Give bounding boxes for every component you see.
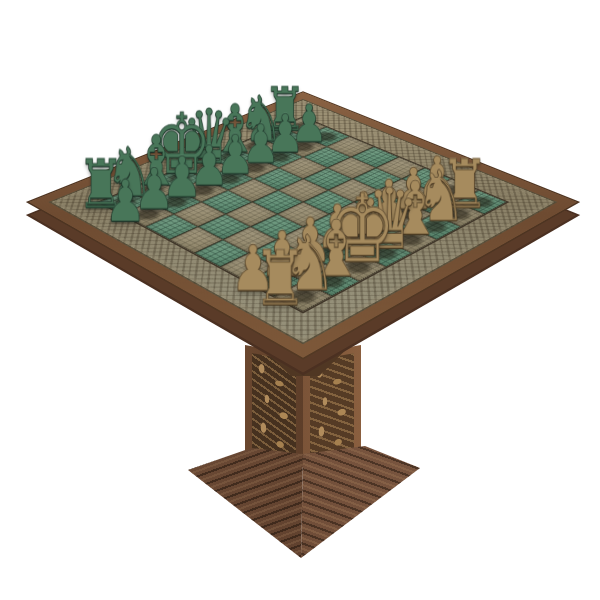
green-pawn: ♟: [105, 173, 147, 228]
tabletop: ♜♟♟♜♞♟♟♞♝♟♟♝♛♟♟♛♚♟♟♚♝♟♟♝♞♟♟♞♜♟♟♜: [26, 91, 580, 359]
tan-rook: ♜: [253, 244, 308, 316]
table-3d-wrapper: ♜♟♟♜♞♟♟♞♝♟♟♝♛♟♟♛♚♟♟♚♝♟♟♝♞♟♟♞♜♟♟♜: [0, 0, 600, 600]
chess-table-photo: ♜♟♟♜♞♟♟♞♝♟♟♝♛♟♟♛♚♟♟♚♝♟♟♝♞♟♟♞♜♟♟♜: [0, 0, 600, 600]
carved-border-band: ♜♟♟♜♞♟♟♞♝♟♟♝♛♟♟♛♚♟♟♚♝♟♟♝♞♟♟♞♜♟♟♜: [48, 99, 557, 344]
